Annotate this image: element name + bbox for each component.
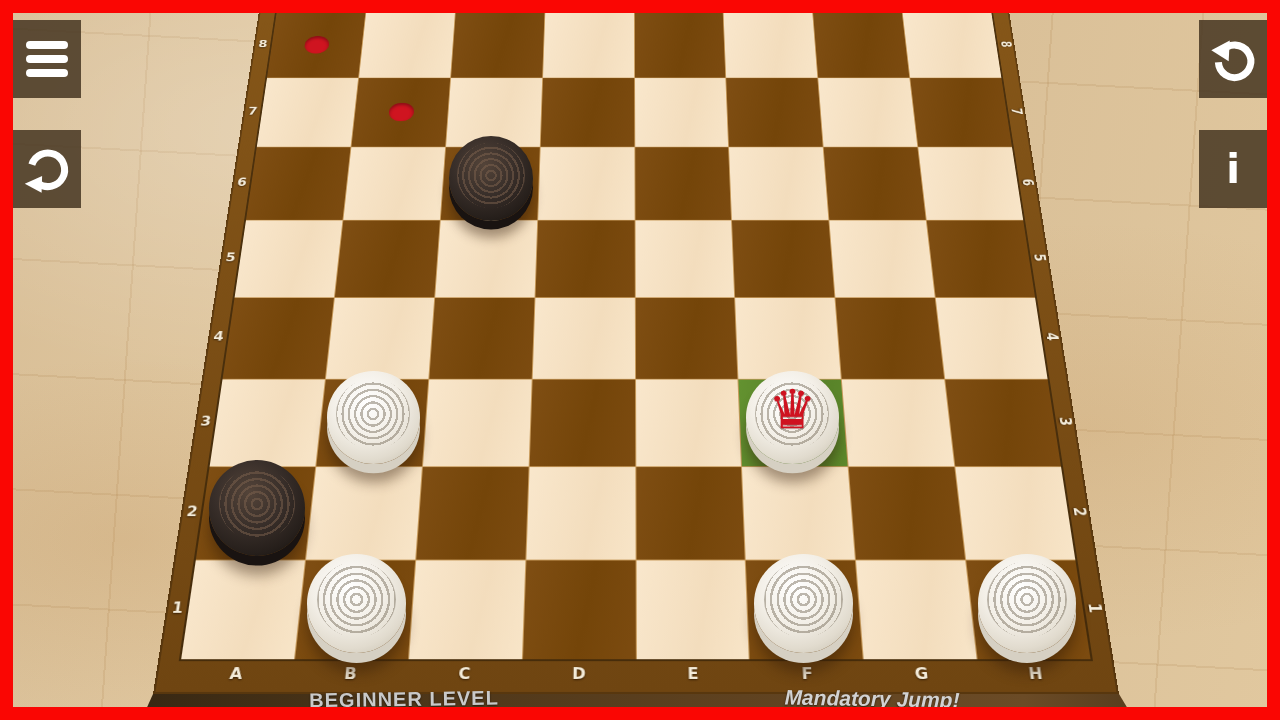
square-D6[interactable]: [538, 147, 634, 219]
square-B8[interactable]: [359, 13, 455, 78]
file-label: A: [219, 665, 254, 683]
square-D3[interactable]: [529, 380, 635, 467]
undo-button[interactable]: [1199, 20, 1267, 98]
white-man-piece[interactable]: [978, 554, 1077, 653]
rank-label-left: 1: [165, 599, 190, 616]
undo-icon: [1207, 33, 1259, 85]
square-A3[interactable]: [210, 380, 325, 467]
square-E3[interactable]: [636, 380, 742, 467]
rank-label-left: 4: [207, 330, 229, 344]
square-D7[interactable]: [540, 78, 634, 146]
rank-label-left: 6: [231, 176, 252, 189]
file-label: C: [448, 665, 482, 683]
white-king-piece[interactable]: ♛: [746, 371, 839, 464]
square-F2[interactable]: [742, 467, 855, 559]
menu-icon: [26, 41, 68, 77]
square-C2[interactable]: [416, 467, 528, 559]
white-man-piece[interactable]: [754, 554, 853, 653]
square-E5[interactable]: [635, 220, 734, 297]
square-D2[interactable]: [526, 467, 635, 559]
square-A5[interactable]: [235, 220, 343, 297]
square-G2[interactable]: [849, 467, 965, 559]
move-hint-dot[interactable]: [304, 36, 330, 53]
file-label: H: [1018, 665, 1053, 683]
rotate-board-icon: [21, 143, 73, 195]
square-E6[interactable]: [635, 147, 732, 219]
file-label: B: [333, 665, 367, 683]
square-B7[interactable]: [351, 78, 450, 146]
rank-label-right: 6: [1018, 175, 1037, 190]
menu-button[interactable]: [13, 20, 81, 98]
square-F8[interactable]: [724, 13, 818, 78]
square-D4[interactable]: [532, 298, 634, 379]
square-G8[interactable]: [813, 13, 909, 78]
rotate-board-button[interactable]: [13, 130, 81, 208]
square-H6[interactable]: [918, 147, 1023, 219]
square-E2[interactable]: [636, 467, 745, 559]
square-C8[interactable]: [451, 13, 544, 78]
square-G5[interactable]: [830, 220, 935, 297]
square-C5[interactable]: [435, 220, 537, 297]
square-A7[interactable]: [257, 78, 358, 146]
file-label: D: [562, 665, 595, 683]
rank-label-right: 4: [1041, 329, 1061, 345]
square-A6[interactable]: [246, 147, 350, 219]
rank-label-left: 3: [194, 414, 217, 429]
app-stage: 8877665544332211ABCDEFGH ♛ BEGINNER LEVE…: [0, 0, 1280, 720]
board-grid: [181, 13, 1090, 659]
piece-rings: [764, 562, 843, 637]
square-D5[interactable]: [535, 220, 634, 297]
square-E7[interactable]: [635, 78, 729, 146]
square-D1[interactable]: [523, 561, 636, 660]
file-label: F: [790, 665, 824, 683]
info-icon: i: [1226, 146, 1240, 192]
app-border-top: [0, 0, 1280, 13]
square-G1[interactable]: [856, 561, 976, 660]
square-H5[interactable]: [927, 220, 1035, 297]
square-H8[interactable]: [903, 13, 1002, 78]
app-border-bottom: [0, 707, 1280, 720]
square-H3[interactable]: [945, 380, 1061, 467]
black-man-piece[interactable]: [449, 136, 534, 221]
square-C4[interactable]: [429, 298, 534, 379]
white-man-piece[interactable]: [307, 554, 406, 653]
square-C1[interactable]: [409, 561, 525, 660]
square-H7[interactable]: [910, 78, 1012, 146]
square-E8[interactable]: [634, 13, 725, 78]
square-D8[interactable]: [543, 13, 634, 78]
square-H2[interactable]: [956, 467, 1076, 559]
rank-label-left: 5: [220, 251, 242, 264]
file-label: E: [677, 665, 710, 683]
square-B5[interactable]: [335, 220, 440, 297]
square-G6[interactable]: [824, 147, 926, 219]
piece-rings: [457, 143, 525, 207]
rank-label-right: 2: [1068, 502, 1090, 521]
piece-rings: [987, 562, 1066, 637]
rank-label-left: 2: [180, 504, 204, 520]
rank-label-left: 7: [242, 105, 262, 117]
file-label: G: [904, 665, 938, 683]
black-man-piece[interactable]: [209, 460, 305, 556]
white-man-piece[interactable]: [327, 371, 420, 464]
app-border-right: [1267, 0, 1280, 720]
square-F5[interactable]: [732, 220, 834, 297]
king-crown-icon: ♛: [746, 383, 839, 437]
square-E4[interactable]: [635, 298, 738, 379]
square-A1[interactable]: [181, 561, 305, 660]
rank-label-right: 7: [1007, 105, 1025, 119]
rank-label-right: 5: [1029, 250, 1048, 265]
rank-label-right: 1: [1083, 598, 1105, 618]
square-G4[interactable]: [836, 298, 945, 379]
square-A8[interactable]: [267, 13, 365, 78]
move-hint-dot[interactable]: [388, 103, 415, 121]
piece-rings: [219, 468, 296, 541]
square-F6[interactable]: [729, 147, 828, 219]
square-F4[interactable]: [735, 298, 841, 379]
rank-label-left: 8: [253, 39, 273, 50]
square-B4[interactable]: [326, 298, 434, 379]
square-G7[interactable]: [818, 78, 917, 146]
square-F7[interactable]: [727, 78, 823, 146]
info-button[interactable]: i: [1199, 130, 1267, 208]
square-H4[interactable]: [936, 298, 1048, 379]
square-A4[interactable]: [223, 298, 334, 379]
rank-label-right: 3: [1054, 413, 1075, 430]
piece-rings: [336, 379, 410, 449]
board-frame: 8877665544332211ABCDEFGH: [153, 11, 1119, 694]
square-B2[interactable]: [306, 467, 422, 559]
square-G3[interactable]: [842, 380, 954, 467]
square-E1[interactable]: [636, 561, 749, 660]
square-B6[interactable]: [343, 147, 445, 219]
rank-label-right: 8: [997, 38, 1015, 51]
app-border-left: [0, 0, 13, 720]
piece-rings: [317, 562, 396, 637]
square-C3[interactable]: [423, 380, 532, 467]
